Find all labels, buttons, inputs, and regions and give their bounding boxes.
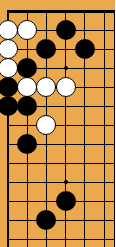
white-stone xyxy=(56,77,76,97)
go-board[interactable] xyxy=(0,0,115,247)
black-stone xyxy=(0,96,18,116)
stones-layer xyxy=(0,2,114,247)
black-stone xyxy=(0,77,18,97)
white-stone xyxy=(36,115,56,135)
black-stone xyxy=(36,39,56,59)
black-stone xyxy=(56,20,76,40)
black-stone xyxy=(36,210,56,230)
black-stone xyxy=(56,191,76,211)
white-stone xyxy=(0,58,18,78)
white-stone xyxy=(17,20,37,40)
white-stone xyxy=(17,77,37,97)
black-stone xyxy=(17,58,37,78)
grid-line xyxy=(114,10,116,247)
black-stone xyxy=(17,96,37,116)
white-stone xyxy=(36,77,56,97)
white-stone xyxy=(0,39,18,59)
black-stone xyxy=(17,134,37,154)
black-stone xyxy=(75,39,95,59)
white-stone xyxy=(0,20,18,40)
